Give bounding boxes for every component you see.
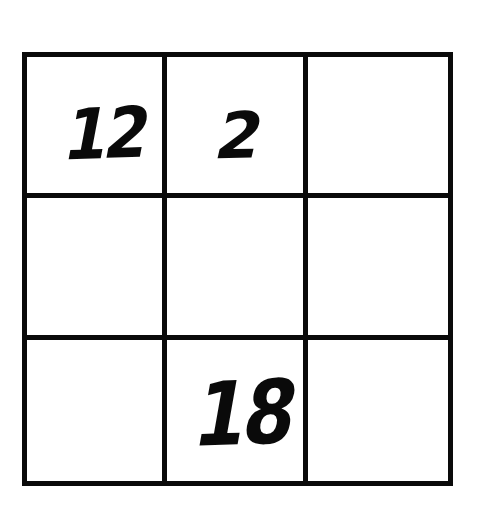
cell-r1c0[interactable] xyxy=(27,198,167,339)
cell-r2c0[interactable] xyxy=(27,340,167,481)
cell-r1c1[interactable] xyxy=(167,198,307,339)
page-background: 12 2 18 xyxy=(0,0,486,506)
cell-value-r2c1: 18 xyxy=(188,369,288,460)
cell-r2c1[interactable]: 18 xyxy=(167,340,307,481)
cell-r0c2[interactable] xyxy=(308,57,448,198)
cell-r0c1[interactable]: 2 xyxy=(167,57,307,198)
cell-value-r0c1: 2 xyxy=(211,104,253,169)
cell-r1c2[interactable] xyxy=(308,198,448,339)
cell-r0c0[interactable]: 12 xyxy=(27,57,167,198)
cell-value-r0c0: 12 xyxy=(59,98,142,171)
cell-r2c2[interactable] xyxy=(308,340,448,481)
puzzle-board: 12 2 18 xyxy=(22,52,453,486)
